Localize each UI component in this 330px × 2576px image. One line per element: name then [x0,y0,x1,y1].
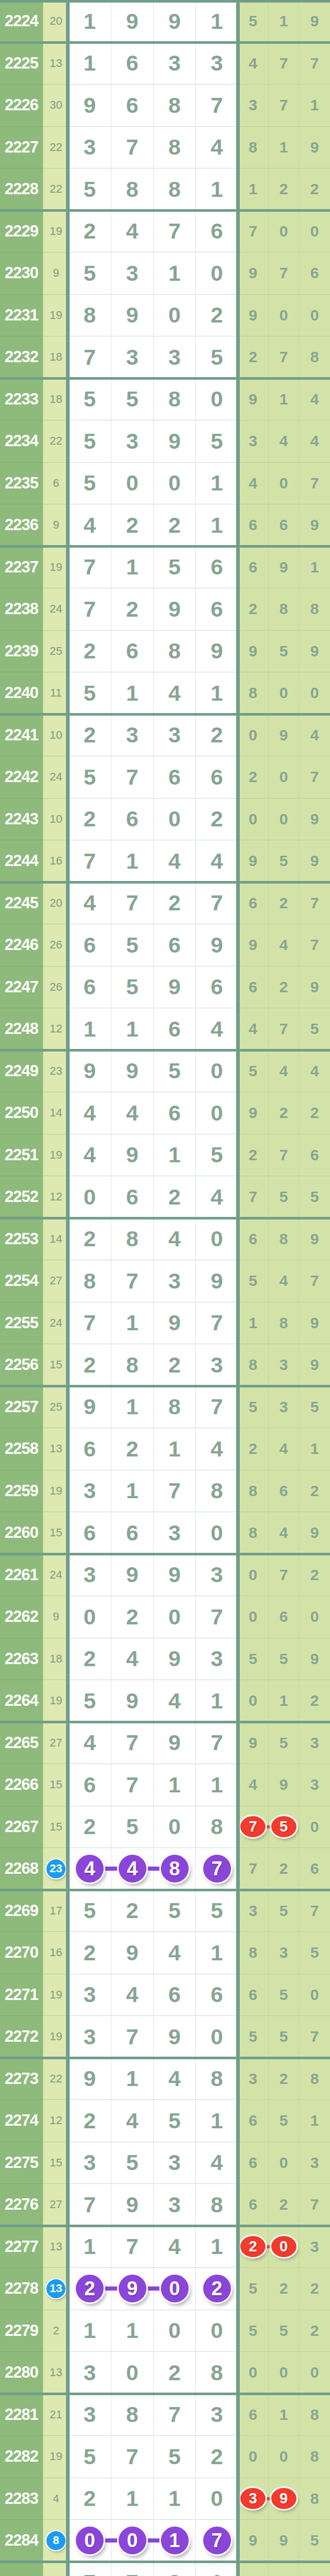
digit-value: 9 [169,2024,181,2049]
digit-value: 7 [126,134,139,160]
tail-digit-value: 5 [279,1734,288,1752]
row-2246[interactable]: 2246266569947 [0,924,330,966]
row-2262[interactable]: 226290207060 [0,1596,330,1638]
digit-cell: 2 [195,2435,238,2478]
digit-value: 9 [211,638,223,664]
row-2250[interactable]: 2250144460922 [0,1092,330,1134]
tail-digit-value: 9 [310,1356,319,1374]
row-2253[interactable]: 2253142840689 [0,1218,330,1260]
row-2241[interactable]: 2241102332094 [0,714,330,756]
tail-digit-value: 2 [279,2574,288,2576]
tail-digit-value: 5 [279,2112,288,2129]
tail-digit-value: 3 [279,1944,288,1961]
row-2261[interactable]: 2261243993072 [0,1554,330,1596]
digit-value: 5 [169,2108,181,2133]
tail-digit-value: 0 [279,2364,288,2381]
sum-value: 25 [49,1400,62,1414]
lottery-trend-screen: { "game": "Seven Star Lottery (七星彩) fron… [0,0,330,2576]
row-2254[interactable]: 2254278739547 [0,1260,330,1302]
digit-cell: 5 [111,966,153,1008]
sum-cell: 19 [43,1680,69,1722]
row-2248[interactable]: 2248121164475 [0,1008,330,1050]
tail-digit-value: 6 [249,2406,257,2424]
tail-digit-value: 5 [249,1650,257,1668]
horizontal-group-separator [0,209,330,212]
tail-digit-value: 0 [249,1566,257,1584]
issue-label: 2272 [0,2015,43,2058]
tail-digit-value: 1 [310,96,319,114]
digit-cell: 5 [153,546,195,588]
issue-number: 2275 [5,2154,38,2172]
row-2278[interactable]: 2278132902522 [0,2267,330,2310]
tail-digit-cell: 9 [299,1512,330,1554]
tail-digit-cell: 1 [238,1302,268,1344]
row-2237[interactable]: 2237197156691 [0,546,330,588]
tail-digit-value: 6 [310,264,319,282]
digit-cell: 0 [153,294,195,336]
digit-cell: 8 [153,168,195,210]
row-2265[interactable]: 2265274797953 [0,1722,330,1764]
row-2225[interactable]: 2225131633477 [0,42,330,84]
issue-label: 2271 [0,1974,43,2016]
digit-cell: 4 [153,672,195,714]
tail-digit-cell: 0 [268,210,299,252]
digit-cell: 3 [195,42,238,84]
tail-digit-value: 2 [279,1104,288,1122]
row-2256[interactable]: 2256152823839 [0,1344,330,1386]
row-2229[interactable]: 2229192476700 [0,210,330,252]
tail-digit-value: 7 [279,1020,288,1038]
digit-value: 6 [211,974,223,999]
digit-cell: 1 [153,252,195,294]
tail-digit-cell: 9 [299,798,330,840]
tail-digit-value: 7 [279,348,288,366]
tail-digit-value: 8 [249,139,257,156]
issue-number: 2229 [5,222,38,241]
tail-digit-cell: 2 [299,1092,330,1134]
digit-cell: 0 [69,1596,111,1638]
digit-cell: 7 [69,2562,111,2576]
issue-label: 2265 [0,1722,43,1764]
tail-digit-value: 9 [310,1650,319,1668]
sum-cell: 6 [43,462,69,504]
digit-value: 0 [84,1604,96,1630]
digit-cell: 3 [153,1260,195,1302]
digit-cell: 9 [111,1931,153,1974]
row-2230[interactable]: 223095310976 [0,252,330,294]
row-2276[interactable]: 2276277938627 [0,2183,330,2226]
tail-digit-cell: 5 [238,2267,268,2310]
row-2259[interactable]: 2259193178862 [0,1470,330,1512]
digit-value: 9 [84,2066,96,2091]
tail-digit-value: 0 [310,307,319,324]
row-2236[interactable]: 223694221669 [0,504,330,546]
issue-label: 2255 [0,1302,43,1344]
digit-value: 3 [84,2402,96,2427]
issue-number: 2264 [5,1691,38,1710]
issue-label: 2269 [0,1890,43,1932]
sum-cell: 12 [43,1176,69,1218]
sum-cell: 23 [43,1050,69,1092]
issue-number: 2268 [5,1859,38,1878]
sum-cell: 19 [43,546,69,588]
tail-digit-value: 1 [279,1692,288,1709]
tail-digit-value: 2 [310,2280,319,2297]
digit-value: 4 [211,1016,223,1042]
tail-digit-cell: 4 [299,1050,330,1092]
row-2274[interactable]: 2274122451651 [0,2099,330,2142]
tail-digit-cell: 6 [238,546,268,588]
row-2251[interactable]: 2251194915276 [0,1134,330,1176]
tail-digit-value: 4 [249,55,257,72]
row-2238[interactable]: 2238247296288 [0,588,330,630]
digit-cell: 9 [195,1260,238,1302]
tail-digit-cell: 5 [238,1386,268,1428]
row-2272[interactable]: 2272193790557 [0,2015,330,2058]
digit-value: 1 [84,1016,96,1042]
digit-value: 1 [126,849,139,874]
tail-digit-value: 4 [310,432,319,450]
tail-digit-value: 1 [310,2112,319,2129]
row-2249[interactable]: 2249239950544 [0,1050,330,1092]
digit-value: 8 [211,2066,223,2091]
tail-digit-cell: 8 [238,672,268,714]
tail-digit-cell: 2 [268,966,299,1008]
tail-digit-cell: 6 [268,504,299,546]
row-2247[interactable]: 2247266596629 [0,966,330,1008]
digit-value: 5 [126,386,139,412]
issue-number: 2257 [5,1398,38,1416]
tail-digit-value: 7 [249,1188,257,1206]
tail-digit-value: 2 [310,1482,319,1500]
issue-label: 2229 [0,210,43,252]
digit-value: 4 [126,1982,139,2007]
row-2277[interactable]: 2277131741203 [0,2226,330,2268]
row-2279[interactable]: 227921100552 [0,2310,330,2352]
connector-dash [104,2286,119,2291]
tail-digit-value: 5 [249,1062,257,1080]
row-2242[interactable]: 2242245766207 [0,756,330,798]
row-2227[interactable]: 2227223784819 [0,126,330,168]
digit-value: 6 [126,1520,139,1546]
issue-label: 2237 [0,546,43,588]
digit-value: 8 [126,2402,139,2427]
issue-label: 2249 [0,1050,43,1092]
tail-digit-cell: 2 [299,1470,330,1512]
digit-value: 5 [84,765,96,790]
digit-value: 3 [84,2150,96,2175]
row-2231[interactable]: 2231198902900 [0,294,330,336]
digit-cell: 3 [153,42,195,84]
tail-digit-cell: 7 [299,2183,330,2226]
tail-digit-cell: 2 [238,336,268,378]
row-2234[interactable]: 2234225395344 [0,420,330,462]
digit-value: 5 [126,933,139,958]
digit-value: 6 [84,1436,96,1462]
tail-digit-value: 1 [310,558,319,576]
digit-cell: 7 [111,2226,153,2268]
issue-label: 2251 [0,1134,43,1176]
issue-number: 2240 [5,684,38,702]
horizontal-group-separator [0,2561,330,2563]
digit-cell: 5 [195,336,238,378]
digit-cell: 3 [111,336,153,378]
digit-cell: 8 [153,126,195,168]
row-2264[interactable]: 2264195941012 [0,1680,330,1722]
sum-cell: 26 [43,924,69,966]
digit-value: 9 [126,9,139,34]
digit-cell: 5 [69,378,111,420]
digit-cell: 9 [153,1722,195,1764]
row-2284[interactable]: 228480017995 [0,2519,330,2562]
tail-digit-cell: 4 [268,924,299,966]
sum-cell: 2 [43,2310,69,2352]
sum-value: 24 [49,1316,62,1330]
digit-cell: 1 [195,504,238,546]
red-circle: 5 [271,1816,296,1837]
issue-number: 2245 [5,894,38,912]
red-circle: 9 [271,2488,296,2509]
issue-number: 2262 [5,1607,38,1626]
row-2226[interactable]: 2226309687371 [0,84,330,126]
digit-cell: 1 [195,0,238,42]
horizontal-group-separator [0,2225,330,2227]
tail-digit-cell: 2 [299,168,330,210]
horizontal-group-separator [0,881,330,884]
row-2260[interactable]: 2260156630849 [0,1512,330,1554]
digit-cell: 6 [69,1764,111,1806]
tail-digit-value: 5 [249,2322,257,2340]
issue-number: 2242 [5,768,38,786]
issue-label: 2270 [0,1931,43,1974]
tail-digit-value: 4 [249,474,257,492]
digit-cell: 2 [69,1344,111,1386]
tail-digit-cell: 5 [299,1931,330,1974]
tail-digit-cell: 0 [238,798,268,840]
digit-value: 7 [84,345,96,370]
digit-value: 8 [84,1268,96,1294]
issue-label: 2248 [0,1008,43,1050]
tail-digit-value: 5 [279,1986,288,2004]
tail-digit-cell: 8 [299,336,330,378]
row-2258[interactable]: 2258136214241 [0,1428,330,1470]
digit-value: 1 [84,2318,96,2343]
row-2273[interactable]: 2273229148328 [0,2058,330,2100]
tail-digit-cell: 1 [268,126,299,168]
digit-value: 0 [126,2360,139,2385]
digit-cell: 6 [153,1092,195,1134]
digit-value: 5 [84,386,96,412]
sum-value: 20 [49,14,62,28]
row-2243[interactable]: 2243102602009 [0,798,330,840]
row-2257[interactable]: 2257259187535 [0,1386,330,1428]
tail-digit-cell: 0 [299,210,330,252]
issue-number: 2227 [5,138,38,157]
row-2270[interactable]: 2270162941835 [0,1931,330,1974]
issue-label: 2242 [0,756,43,798]
tail-digit-value: 3 [310,1734,319,1752]
sum-value: 15 [49,1526,62,1539]
tail-digit-value: 4 [310,1062,319,1080]
digit-value: 1 [211,1688,223,1714]
sum-cell: 15 [43,1806,69,1848]
sum-cell: 25 [43,1386,69,1428]
tail-digit-cell: 5 [299,1386,330,1428]
row-2267[interactable]: 2267152508750 [0,1806,330,1848]
digit-value: 2 [169,2360,181,2385]
issue-label: 2278 [0,2267,43,2310]
digit-cell: 6 [111,84,153,126]
tail-digit-cell: 3 [238,84,268,126]
issue-number: 2251 [5,1146,38,1164]
digit-value: 4 [211,1436,223,1462]
digit-cell: 9 [69,1050,111,1092]
blue-circle: 8 [46,2531,65,2550]
row-2235[interactable]: 223565001407 [0,462,330,504]
row-2280[interactable]: 2280133028000 [0,2351,330,2394]
digit-value: 2 [84,1940,96,1965]
digit-value: 5 [126,1814,139,1839]
digit-value: 2 [84,2108,96,2133]
row-2285[interactable]: 2285187731428 [0,2562,330,2576]
digit-value: 6 [126,93,139,118]
row-2232[interactable]: 2232187335278 [0,336,330,378]
digit-cell: 7 [111,882,153,924]
tail-digit-cell: 4 [268,420,299,462]
sum-cell: 17 [43,1890,69,1932]
digit-value: 8 [169,177,181,202]
red-circle: 2 [240,2236,266,2257]
row-2268[interactable]: 2268234487726 [0,1848,330,1890]
row-2271[interactable]: 2271193466650 [0,1974,330,2016]
issue-label: 2261 [0,1554,43,1596]
tail-digit-cell: 9 [268,2478,299,2520]
sum-value: 18 [49,350,62,364]
sum-value: 18 [49,393,62,406]
tail-digit-cell: 2 [268,1848,299,1890]
tail-digit-cell: 0 [238,1680,268,1722]
tail-digit-cell: 3 [268,1386,299,1428]
tail-digit-cell: 0 [299,1596,330,1638]
digit-value: 3 [169,345,181,370]
digit-cell: 6 [111,630,153,672]
digit-cell: 1 [69,0,111,42]
blue-circle: 13 [46,2279,65,2298]
row-2282[interactable]: 2282195752008 [0,2435,330,2478]
tail-digit-value: 3 [249,96,257,114]
tail-digit-cell: 5 [238,1050,268,1092]
digit-value: 5 [211,345,223,370]
digit-cell: 9 [111,1050,153,1092]
digit-cell: 2 [111,1596,153,1638]
sum-cell: 13 [43,2226,69,2268]
digit-value: 1 [211,9,223,34]
digit-cell: 5 [69,168,111,210]
digit-cell: 5 [69,756,111,798]
digit-value: 7 [84,597,96,622]
issue-number: 2250 [5,1104,38,1122]
sum-cell: 19 [43,1470,69,1512]
digit-value: 8 [211,2360,223,2385]
digit-value: 3 [126,345,139,370]
digit-value: 5 [211,429,223,454]
row-2255[interactable]: 2255247197189 [0,1302,330,1344]
digit-value: 7 [126,2570,139,2576]
digit-value: 2 [126,1436,139,1462]
digit-cell: 1 [153,2478,195,2520]
digit-cell: 6 [195,966,238,1008]
sum-value: 19 [49,2030,62,2043]
tail-digit-value: 7 [249,1860,257,1877]
row-2281[interactable]: 2281213873618 [0,2394,330,2436]
row-2245[interactable]: 2245204727627 [0,882,330,924]
digit-cell: 2 [69,714,111,756]
tail-digit-value: 2 [279,2196,288,2213]
digit-cell: 5 [69,252,111,294]
tail-digit-cell: 9 [268,2519,299,2562]
row-2252[interactable]: 2252120624755 [0,1176,330,1218]
digit-value: 2 [169,1184,181,1210]
digit-value: 8 [211,2192,223,2217]
digit-value: 8 [126,1352,139,1378]
row-2283[interactable]: 228342110398 [0,2478,330,2520]
row-2263[interactable]: 2263182493559 [0,1638,330,1680]
digit-value: 2 [84,806,96,832]
tail-digit-value: 9 [279,726,288,744]
issue-label: 2243 [0,798,43,840]
digit-cell: 8 [69,294,111,336]
tail-digit-value: 4 [279,1440,288,1458]
sum-value: 27 [49,2198,62,2211]
tail-digit-cell: 2 [238,756,268,798]
row-2224[interactable]: 2224201991519 [0,0,330,42]
row-2228[interactable]: 2228225881122 [0,168,330,210]
row-2233[interactable]: 2233185580914 [0,378,330,420]
tail-digit-value: 9 [310,1524,319,1541]
tail-digit-value: 7 [310,768,319,786]
tail-digit-value: 1 [279,139,288,156]
horizontal-group-separator [0,0,330,3]
sum-cell: 11 [43,672,69,714]
issue-label: 2227 [0,126,43,168]
tail-digit-value: 5 [310,1398,319,1416]
digit-value: 9 [169,9,181,34]
tail-digit-value: 7 [249,223,257,240]
row-2275[interactable]: 2275153534603 [0,2142,330,2184]
row-2266[interactable]: 2266156711493 [0,1764,330,1806]
digit-value: 3 [84,1562,96,1587]
sum-value: 24 [49,770,62,784]
tail-digit-cell: 2 [299,1554,330,1596]
row-2244[interactable]: 2244167144959 [0,840,330,882]
row-2269[interactable]: 2269175255357 [0,1890,330,1932]
tail-digit-value: 2 [310,180,319,198]
digit-cell: 9 [153,1302,195,1344]
row-2240[interactable]: 2240115141800 [0,672,330,714]
digit-cell: 6 [195,756,238,798]
row-2239[interactable]: 2239252689959 [0,630,330,672]
digit-cell: 1 [195,1931,238,1974]
digit-value: 4 [169,2066,181,2091]
digit-cell: 2 [153,504,195,546]
issue-label: 2246 [0,924,43,966]
digit-cell: 9 [153,966,195,1008]
tail-digit-cell: 7 [238,1806,268,1848]
digit-value: 0 [169,1814,181,1839]
digit-cell: 5 [153,2435,195,2478]
tail-digit-cell: 4 [268,1050,299,1092]
issue-number: 2269 [5,1902,38,1920]
